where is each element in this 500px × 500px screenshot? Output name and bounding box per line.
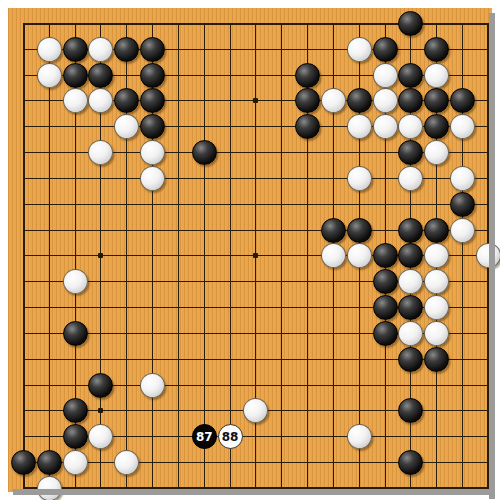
white-stone <box>140 166 165 191</box>
black-stone <box>63 424 88 449</box>
black-stone <box>37 450 62 475</box>
white-stone <box>450 166 475 191</box>
black-stone <box>63 63 88 88</box>
black-stone <box>398 243 423 268</box>
white-stone <box>243 398 268 423</box>
black-stone <box>140 63 165 88</box>
white-stone <box>114 114 139 139</box>
black-stone <box>140 114 165 139</box>
white-stone <box>424 321 449 346</box>
black-stone <box>398 295 423 320</box>
black-stone <box>398 88 423 113</box>
star-point <box>98 408 103 413</box>
white-stone <box>398 114 423 139</box>
go-board[interactable]: 8788 <box>8 8 492 492</box>
white-stone <box>424 63 449 88</box>
black-stone <box>63 321 88 346</box>
black-stone <box>63 398 88 423</box>
white-stone <box>373 63 398 88</box>
white-stone <box>373 88 398 113</box>
white-stone <box>321 88 346 113</box>
white-stone <box>398 321 423 346</box>
white-stone <box>373 114 398 139</box>
black-stone <box>373 269 398 294</box>
black-stone <box>295 88 320 113</box>
black-stone <box>295 63 320 88</box>
go-diagram-page: { "game": "go", "board_size": 19, "board… <box>0 0 500 500</box>
white-stone <box>88 140 113 165</box>
star-point <box>98 253 103 258</box>
black-stone <box>373 295 398 320</box>
black-stone <box>63 37 88 62</box>
white-stone <box>398 269 423 294</box>
white-stone <box>347 37 372 62</box>
black-stone <box>140 88 165 113</box>
white-stone <box>450 218 475 243</box>
black-stone <box>398 11 423 36</box>
black-stone <box>398 218 423 243</box>
white-stone <box>398 166 423 191</box>
black-stone <box>373 243 398 268</box>
white-stone <box>88 37 113 62</box>
grid-vline <box>281 23 282 490</box>
black-stone <box>88 63 113 88</box>
black-stone <box>11 450 36 475</box>
black-stone <box>398 140 423 165</box>
white-stone <box>140 140 165 165</box>
black-stone <box>424 218 449 243</box>
black-stone <box>450 88 475 113</box>
move-87-stone: 87 <box>192 424 217 449</box>
white-stone <box>114 450 139 475</box>
black-stone <box>140 37 165 62</box>
black-stone <box>347 218 372 243</box>
white-stone <box>63 450 88 475</box>
white-stone <box>347 166 372 191</box>
black-stone <box>295 114 320 139</box>
white-stone <box>37 37 62 62</box>
black-stone <box>192 140 217 165</box>
white-stone <box>424 295 449 320</box>
black-stone <box>347 88 372 113</box>
white-stone <box>140 373 165 398</box>
star-point <box>253 98 258 103</box>
black-stone <box>114 37 139 62</box>
white-stone <box>63 88 88 113</box>
white-stone <box>37 63 62 88</box>
white-stone <box>63 269 88 294</box>
black-stone <box>321 218 346 243</box>
white-stone <box>37 476 62 500</box>
white-stone <box>424 269 449 294</box>
black-stone <box>398 398 423 423</box>
black-stone <box>424 37 449 62</box>
white-stone <box>88 88 113 113</box>
black-stone <box>398 63 423 88</box>
black-stone <box>373 321 398 346</box>
black-stone <box>398 450 423 475</box>
star-point <box>253 253 258 258</box>
black-stone <box>450 192 475 217</box>
board-shadow-right <box>489 13 495 499</box>
white-stone <box>347 424 372 449</box>
black-stone <box>424 114 449 139</box>
black-stone <box>114 88 139 113</box>
black-stone <box>373 37 398 62</box>
white-stone <box>347 243 372 268</box>
black-stone <box>424 88 449 113</box>
board-shadow-bottom <box>13 489 495 495</box>
black-stone <box>88 373 113 398</box>
white-stone <box>321 243 346 268</box>
white-stone <box>476 243 500 268</box>
white-stone <box>424 140 449 165</box>
white-stone <box>88 424 113 449</box>
move-88-stone: 88 <box>218 424 243 449</box>
white-stone <box>424 243 449 268</box>
white-stone <box>347 114 372 139</box>
white-stone <box>450 114 475 139</box>
black-stone <box>424 347 449 372</box>
black-stone <box>398 347 423 372</box>
